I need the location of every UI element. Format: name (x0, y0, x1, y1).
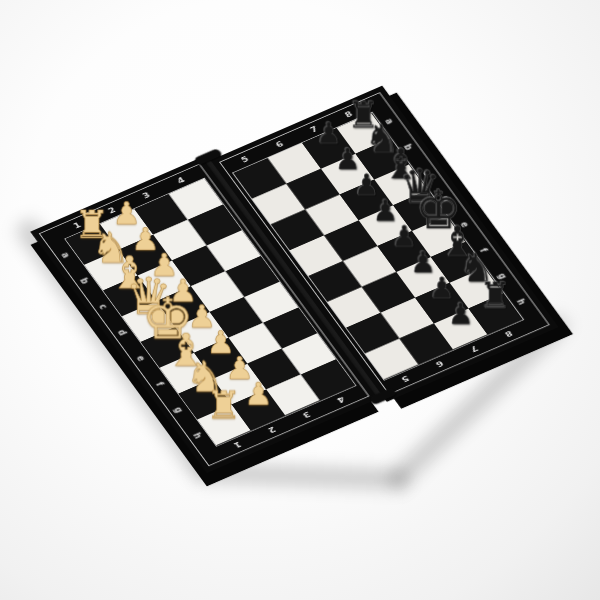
file-label-f: f (462, 237, 505, 264)
chess-set-photo: 1234abcdefgh♜♟♞♟♝♟♛♟♚♟♝♟♞♟♜♟1234 5678abc… (0, 0, 600, 600)
file-label-a: a (44, 242, 87, 269)
board-shadow-bottom (196, 462, 409, 489)
file-label-e: e (443, 211, 486, 238)
file-label-d: d (425, 185, 468, 212)
left-half-plate: 1234abcdefgh♜♟♞♟♝♟♛♟♚♟♝♟♞♟♜♟1234 (39, 164, 370, 467)
square-g5 (346, 313, 399, 354)
file-label-b: b (387, 134, 430, 161)
file-label-c: c (406, 159, 449, 186)
file-label-b: b (63, 267, 106, 294)
file-label-a: a (368, 108, 411, 135)
